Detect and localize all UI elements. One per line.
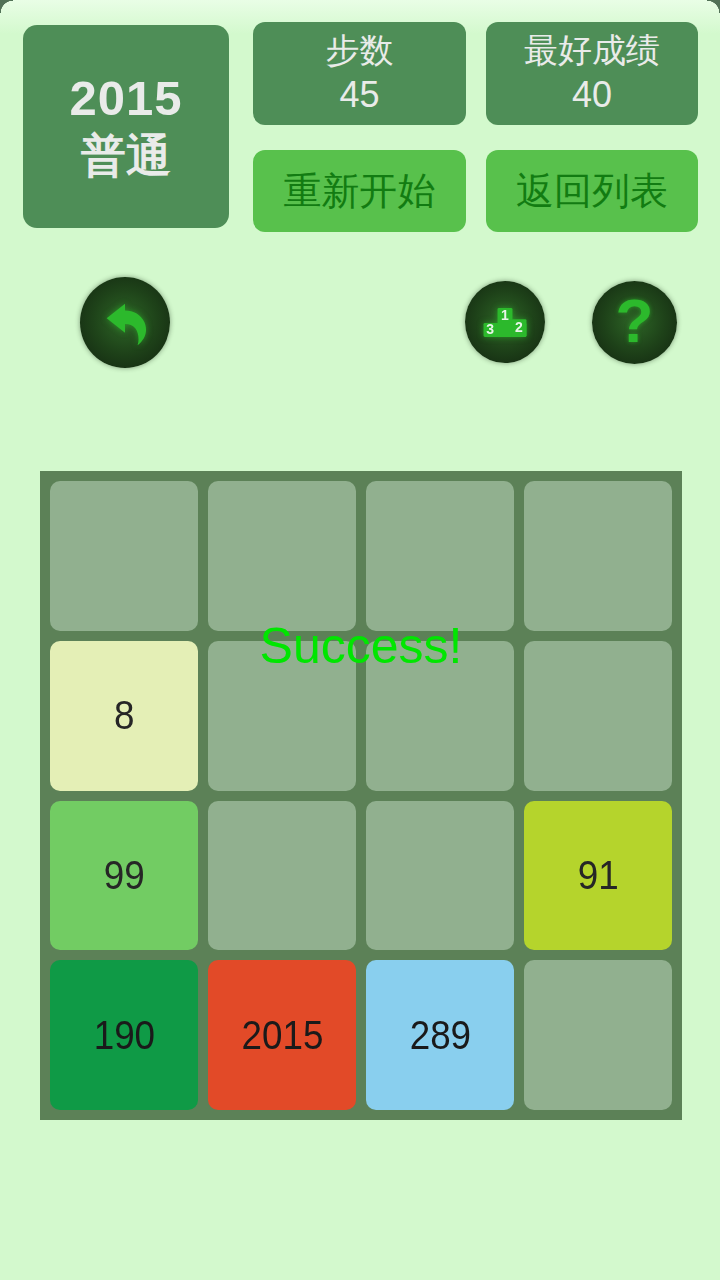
tile-2015: 2015 [208,960,356,1110]
app-screen: 2015 普通 步数 45 最好成绩 40 重新开始 返回列表 1 3 2 [0,0,720,1280]
tile-91: 91 [524,801,672,951]
undo-button[interactable] [80,277,170,368]
svg-text:2: 2 [515,319,523,335]
cell-empty-r1c2 [208,481,356,631]
cell-empty-r1c4 [524,481,672,631]
best-score-value: 40 [572,72,612,119]
game-title: 2015 [69,69,182,129]
svg-text:1: 1 [501,307,509,323]
game-mode-label: 普通 [81,129,171,184]
undo-arrow-icon [96,294,154,352]
best-score-label: 最好成绩 [524,28,660,72]
cell-empty-r3c2 [208,801,356,951]
steps-counter: 步数 45 [253,22,466,125]
cell-empty-r1c1 [50,481,198,631]
tile-99: 99 [50,801,198,951]
cell-empty-r1c3 [366,481,514,631]
screen-corner-left [0,0,13,13]
tile-190: 190 [50,960,198,1110]
question-mark-icon: ? [616,290,654,352]
tile-289: 289 [366,960,514,1110]
screen-corner-right [707,0,720,13]
game-title-tile: 2015 普通 [23,25,229,228]
best-score-counter: 最好成绩 40 [486,22,698,125]
cell-empty-r3c3 [366,801,514,951]
tile-8: 8 [50,641,198,791]
leaderboard-button[interactable]: 1 3 2 [465,281,545,363]
cell-empty-r2c3 [366,641,514,791]
cell-empty-r2c4 [524,641,672,791]
back-to-list-button[interactable]: 返回列表 [486,150,698,232]
svg-text:3: 3 [486,321,494,337]
game-board[interactable]: 899911902015289 Success! [40,471,682,1120]
cell-empty-r4c4 [524,960,672,1110]
steps-value: 45 [339,72,379,119]
board-grid[interactable]: 899911902015289 [50,481,672,1110]
help-button[interactable]: ? [592,281,677,364]
steps-label: 步数 [326,28,394,72]
restart-button[interactable]: 重新开始 [253,150,466,232]
podium-icon: 1 3 2 [477,294,533,350]
cell-empty-r2c2 [208,641,356,791]
